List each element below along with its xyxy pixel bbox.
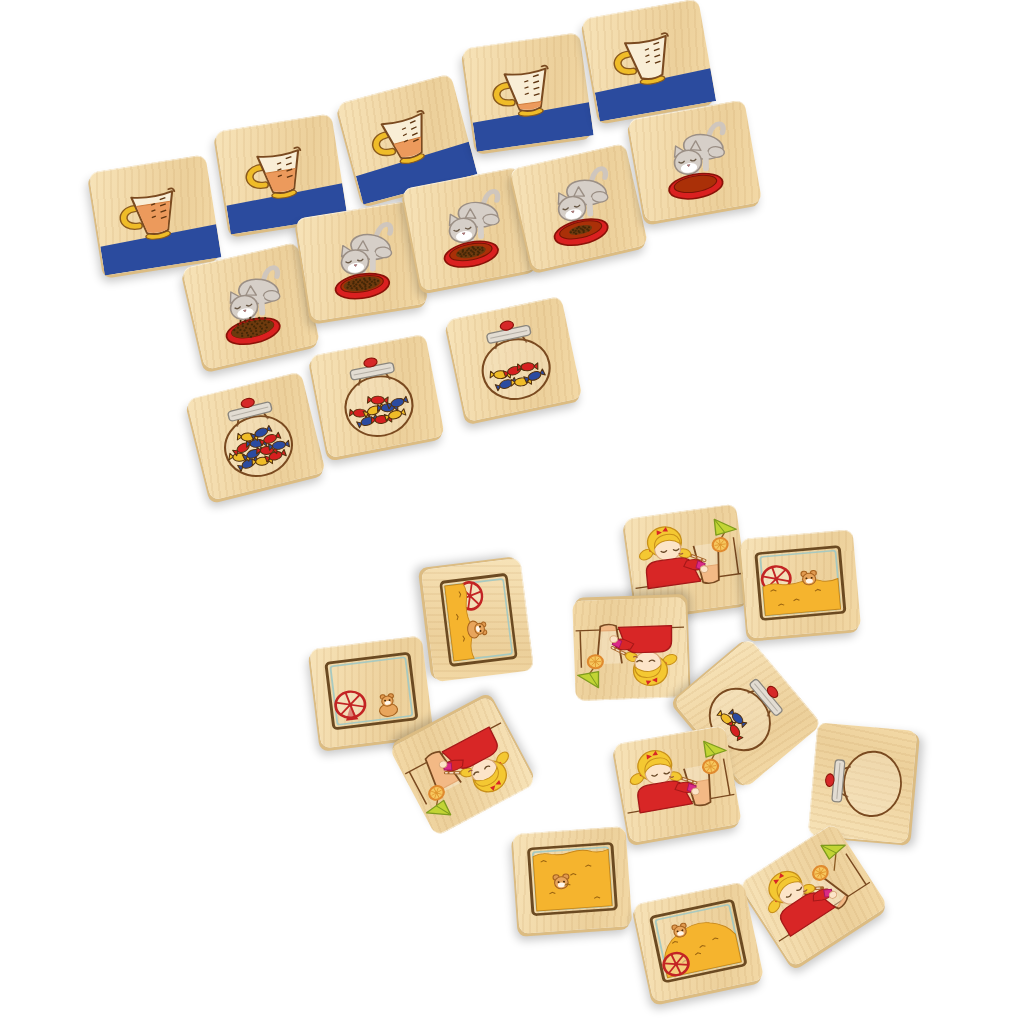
tile-hamster-cage-0.52[interactable] [739,529,860,638]
tile-hamster-cage-0.75[interactable] [632,881,763,1002]
girl-lemonade-illustration [738,822,887,967]
hamster-cage-illustration [420,558,533,682]
tile-hamster-cage-0[interactable] [309,635,433,748]
tile-hamster-cage-0.95[interactable] [512,826,632,934]
hamster-cage-illustration [739,529,860,638]
photo-background [0,0,1024,1024]
tile-candy-jar-0[interactable] [807,722,916,843]
tile-hamster-cage-0.35[interactable] [420,558,533,682]
tile-girl-lemonade-0.12[interactable] [572,597,688,701]
lower-tile-group [0,0,1024,1024]
girl-lemonade-illustration [613,725,742,843]
tile-girl-lemonade-0.65[interactable] [613,725,742,843]
candy-jar-illustration [807,722,916,843]
tile-girl-lemonade-0.05[interactable] [738,822,887,967]
hamster-cage-illustration [512,826,632,934]
hamster-cage-illustration [632,881,763,1002]
girl-lemonade-illustration [572,597,688,701]
hamster-cage-illustration [309,635,433,748]
